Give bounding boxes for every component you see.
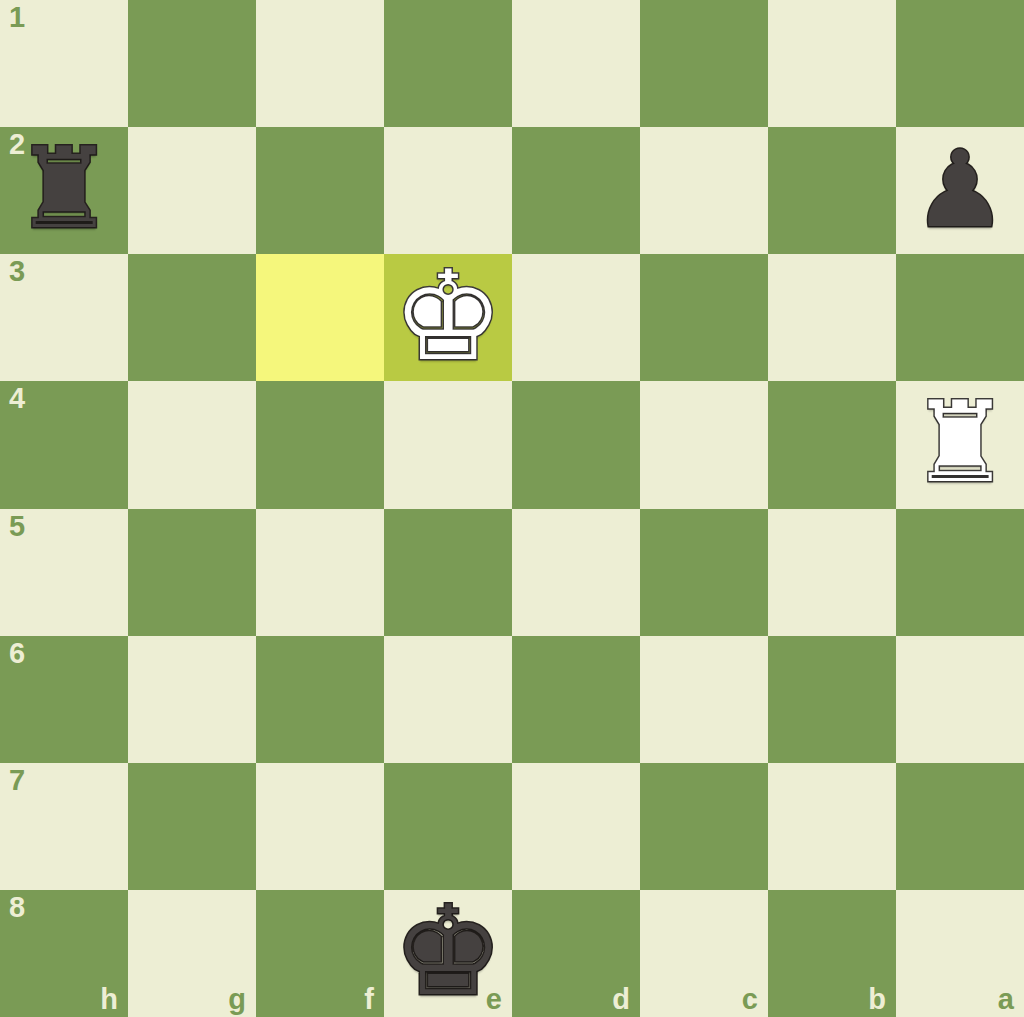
square-g4[interactable] [128, 381, 256, 508]
square-g1[interactable] [128, 0, 256, 127]
rank-label-5: 5 [9, 512, 25, 541]
square-d6[interactable] [512, 636, 640, 763]
square-a1[interactable] [896, 0, 1024, 127]
square-f3[interactable] [256, 254, 384, 381]
square-h4[interactable]: 4 [0, 381, 128, 508]
square-h6[interactable]: 6 [0, 636, 128, 763]
square-e7[interactable] [384, 763, 512, 890]
file-label-b: b [868, 985, 886, 1014]
square-a2[interactable]: ♟ [896, 127, 1024, 254]
square-a4[interactable]: ♜ [896, 381, 1024, 508]
chess-board-container: 12♜♟3♚4♜5678hgfe♚dcba [0, 0, 1024, 1017]
file-label-a: a [998, 985, 1014, 1014]
rank-label-8: 8 [9, 893, 25, 922]
white-king[interactable]: ♚ [392, 254, 503, 378]
square-g2[interactable] [128, 127, 256, 254]
square-d5[interactable] [512, 509, 640, 636]
square-a6[interactable] [896, 636, 1024, 763]
black-king[interactable]: ♚ [392, 889, 503, 1013]
square-a3[interactable] [896, 254, 1024, 381]
rank-label-3: 3 [9, 257, 25, 286]
black-pawn[interactable]: ♟ [912, 136, 1007, 242]
rank-label-4: 4 [9, 384, 25, 413]
square-g5[interactable] [128, 509, 256, 636]
square-g3[interactable] [128, 254, 256, 381]
square-d2[interactable] [512, 127, 640, 254]
square-f8[interactable]: f [256, 890, 384, 1017]
square-d1[interactable] [512, 0, 640, 127]
rank-label-1: 1 [9, 3, 25, 32]
square-c2[interactable] [640, 127, 768, 254]
square-b6[interactable] [768, 636, 896, 763]
square-d4[interactable] [512, 381, 640, 508]
square-e4[interactable] [384, 381, 512, 508]
square-b3[interactable] [768, 254, 896, 381]
square-c1[interactable] [640, 0, 768, 127]
chess-board: 12♜♟3♚4♜5678hgfe♚dcba [0, 0, 1024, 1017]
file-label-c: c [742, 985, 758, 1014]
square-c7[interactable] [640, 763, 768, 890]
square-e6[interactable] [384, 636, 512, 763]
file-label-f: f [364, 985, 374, 1014]
rank-label-6: 6 [9, 639, 25, 668]
square-d8[interactable]: d [512, 890, 640, 1017]
square-h7[interactable]: 7 [0, 763, 128, 890]
black-rook[interactable]: ♜ [14, 133, 114, 245]
square-f4[interactable] [256, 381, 384, 508]
square-b1[interactable] [768, 0, 896, 127]
square-g8[interactable]: g [128, 890, 256, 1017]
file-label-d: d [612, 985, 630, 1014]
square-c3[interactable] [640, 254, 768, 381]
square-g6[interactable] [128, 636, 256, 763]
square-c4[interactable] [640, 381, 768, 508]
square-f1[interactable] [256, 0, 384, 127]
square-c6[interactable] [640, 636, 768, 763]
square-c5[interactable] [640, 509, 768, 636]
square-b8[interactable]: b [768, 890, 896, 1017]
white-rook[interactable]: ♜ [910, 387, 1010, 499]
square-h1[interactable]: 1 [0, 0, 128, 127]
square-d7[interactable] [512, 763, 640, 890]
square-f2[interactable] [256, 127, 384, 254]
square-d3[interactable] [512, 254, 640, 381]
square-b4[interactable] [768, 381, 896, 508]
square-f7[interactable] [256, 763, 384, 890]
square-f6[interactable] [256, 636, 384, 763]
square-a7[interactable] [896, 763, 1024, 890]
square-e3[interactable]: ♚ [384, 254, 512, 381]
square-a8[interactable]: a [896, 890, 1024, 1017]
square-h3[interactable]: 3 [0, 254, 128, 381]
square-b5[interactable] [768, 509, 896, 636]
square-a5[interactable] [896, 509, 1024, 636]
square-h8[interactable]: 8h [0, 890, 128, 1017]
square-e2[interactable] [384, 127, 512, 254]
square-f5[interactable] [256, 509, 384, 636]
square-b7[interactable] [768, 763, 896, 890]
square-g7[interactable] [128, 763, 256, 890]
square-h5[interactable]: 5 [0, 509, 128, 636]
square-c8[interactable]: c [640, 890, 768, 1017]
square-b2[interactable] [768, 127, 896, 254]
square-h2[interactable]: 2♜ [0, 127, 128, 254]
file-label-h: h [100, 985, 118, 1014]
square-e1[interactable] [384, 0, 512, 127]
file-label-g: g [228, 985, 246, 1014]
square-e5[interactable] [384, 509, 512, 636]
rank-label-7: 7 [9, 766, 25, 795]
square-e8[interactable]: e♚ [384, 890, 512, 1017]
